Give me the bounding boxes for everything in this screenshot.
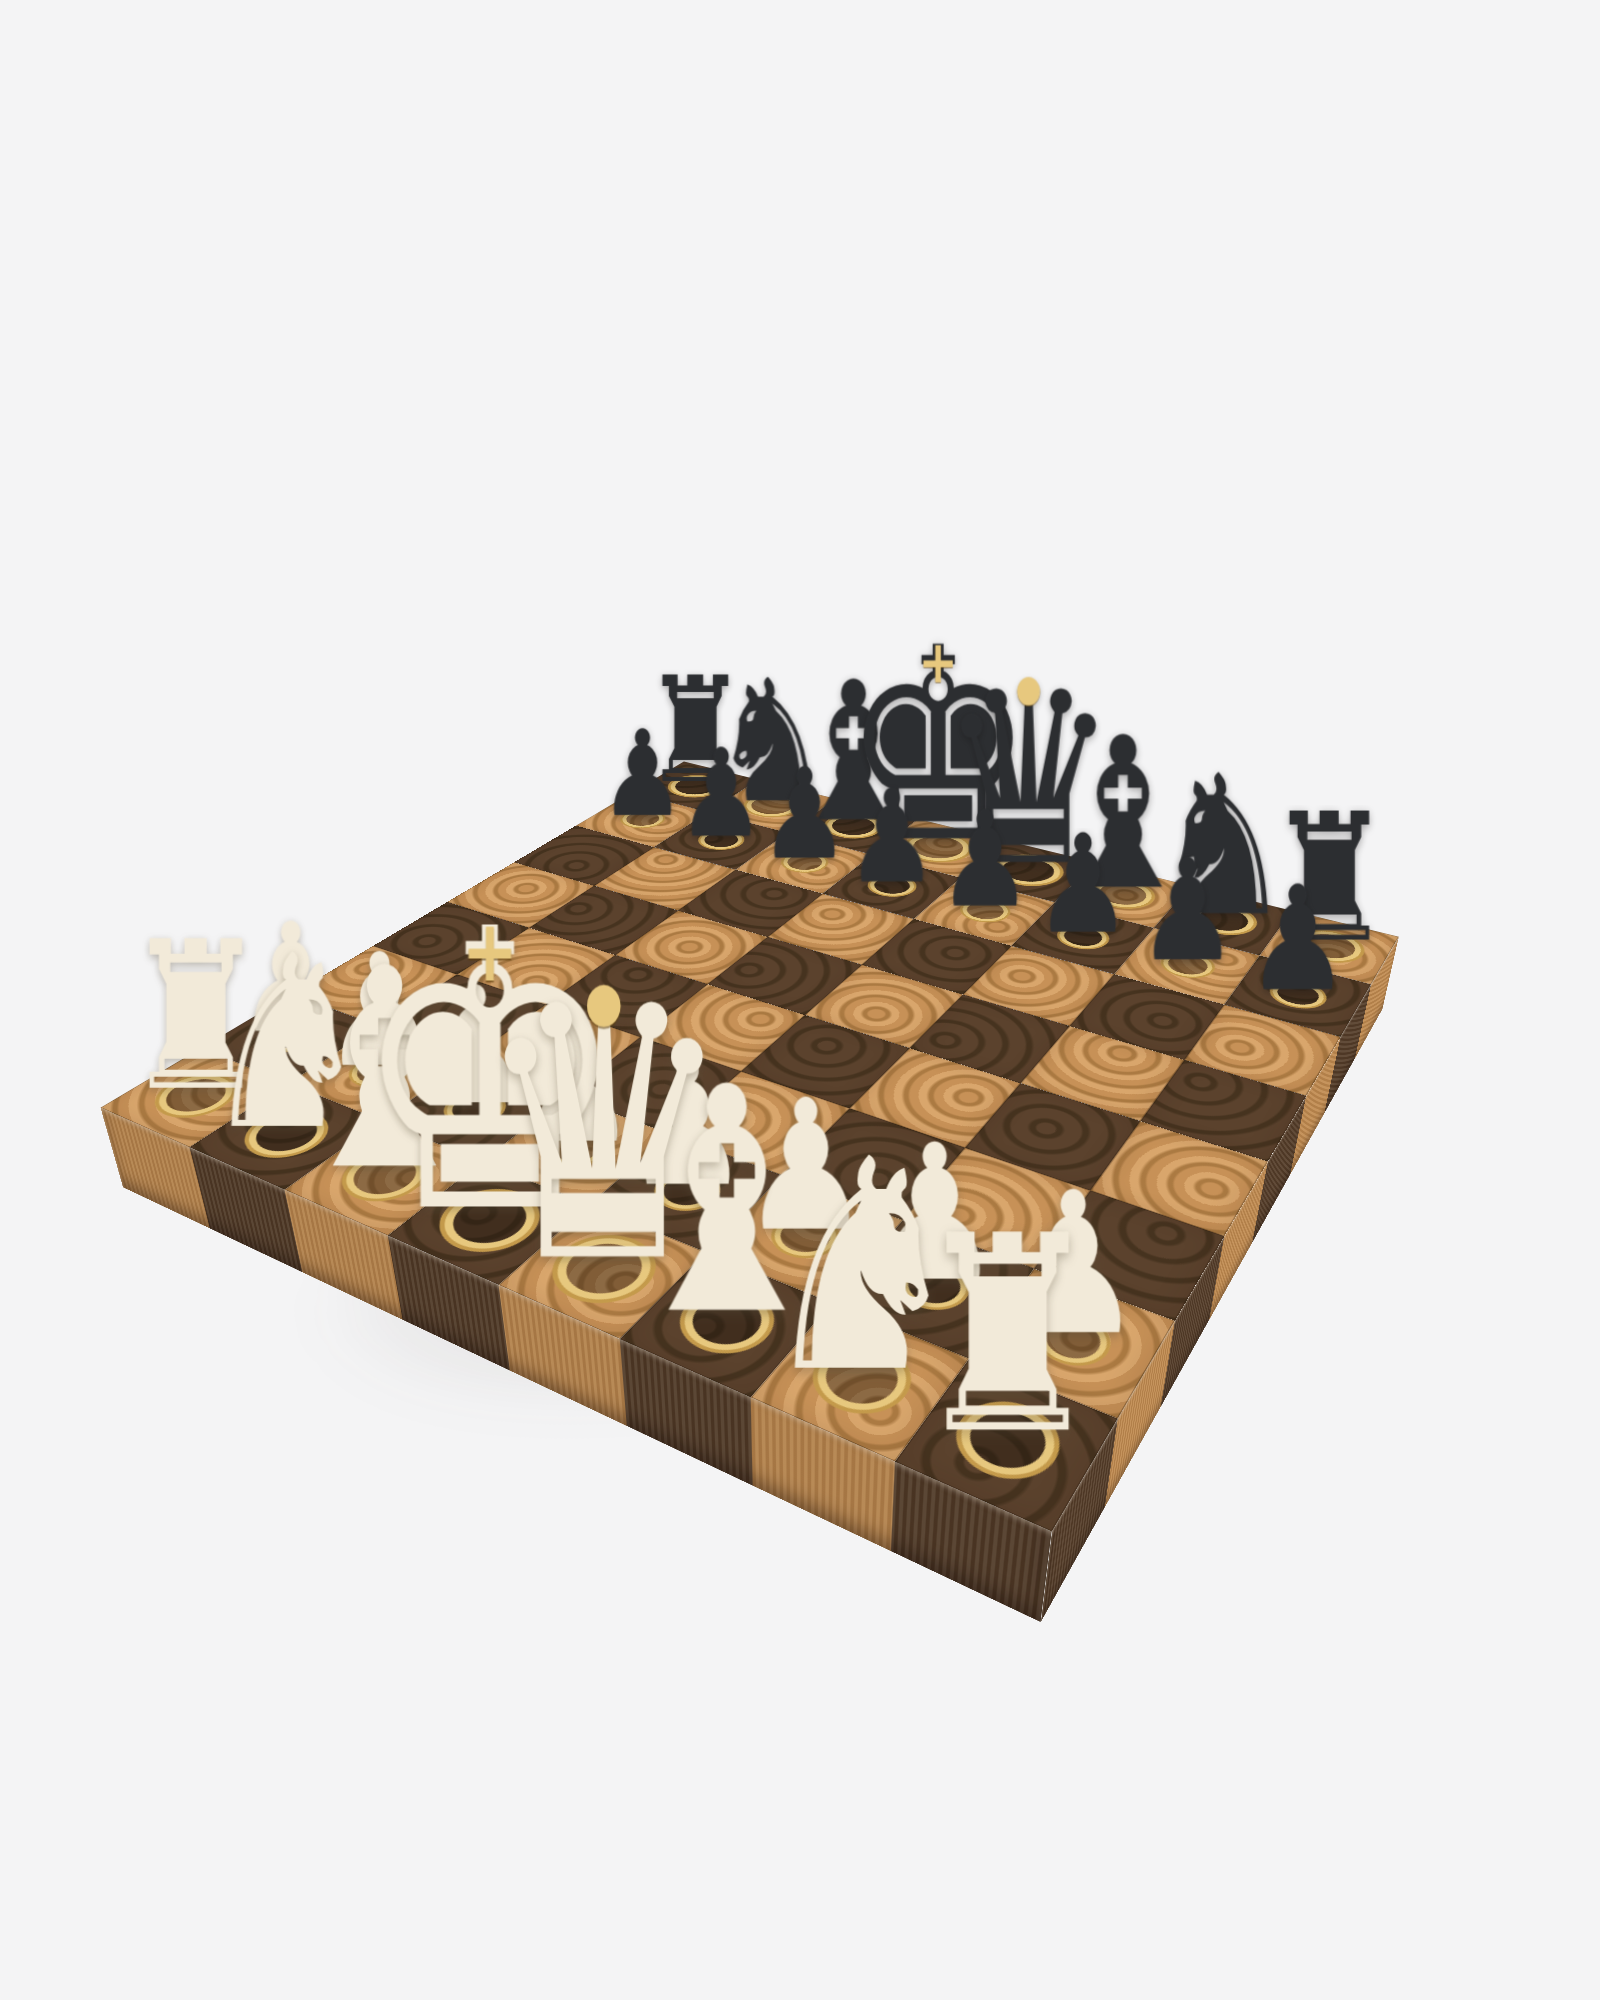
product-photo-scene: ♜♞♝♚+♛●♝♞♜♟♟♟♟♟♟♟♟♟♟♟♟♟♟♟♟♜♞♝♚+♛●♝♞♜: [0, 0, 1600, 2000]
piece-black-pawn[interactable]: ♟: [841, 783, 944, 886]
piece-black-pawn[interactable]: ♟: [1029, 828, 1138, 937]
piece-black-pawn[interactable]: ♟: [1131, 852, 1243, 964]
piece-black-pawn[interactable]: ♟: [1240, 878, 1356, 994]
black-pawn-glyph: ♟: [1240, 867, 1356, 1012]
chess-board: ♜♞♝♚+♛●♝♞♜♟♟♟♟♟♟♟♟♟♟♟♟♟♟♟♟♜♞♝♚+♛●♝♞♜: [100, 762, 1398, 1532]
black-pawn-glyph: ♟: [841, 772, 944, 901]
black-pawn-glyph: ♟: [1131, 841, 1243, 982]
perspective-stage: ♜♞♝♚+♛●♝♞♜♟♟♟♟♟♟♟♟♟♟♟♟♟♟♟♟♜♞♝♚+♛●♝♞♜: [0, 0, 1600, 2000]
piece-white-rook[interactable]: ♜: [899, 1223, 1116, 1440]
black-pawn-glyph: ♟: [1029, 817, 1138, 953]
black-pawn-glyph: ♟: [932, 794, 1038, 926]
white-rook-glyph: ♜: [899, 1201, 1116, 1472]
piece-black-pawn[interactable]: ♟: [932, 805, 1038, 911]
